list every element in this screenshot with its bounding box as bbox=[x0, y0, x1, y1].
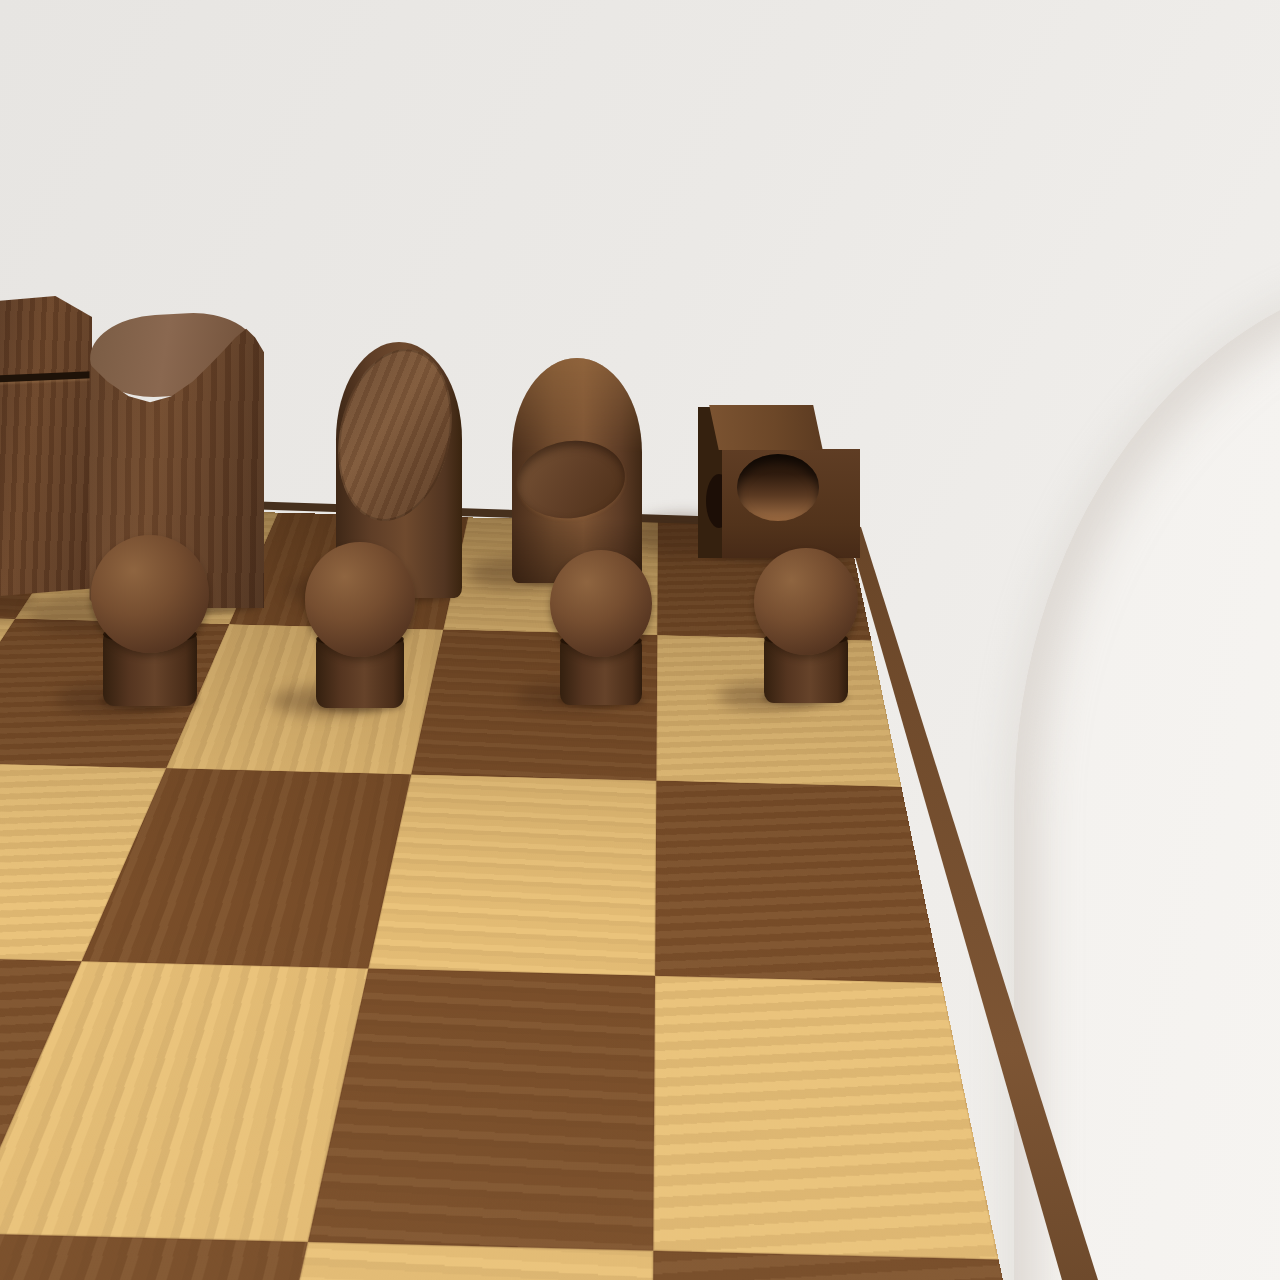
square-h6[interactable] bbox=[655, 781, 942, 983]
piece-black-pawn-g7[interactable]: ♟ bbox=[550, 550, 652, 705]
rook-cube-top-face bbox=[709, 405, 822, 450]
piece-black-rook-h8[interactable]: ♜ bbox=[698, 396, 860, 558]
king-column-body bbox=[0, 296, 92, 596]
square-g6[interactable] bbox=[368, 774, 656, 975]
photo-scene: ♚♛♝♞♜♟♟♟♟ bbox=[0, 0, 1280, 1280]
square-g5[interactable] bbox=[308, 969, 655, 1251]
piece-black-pawn-f7[interactable]: ♟ bbox=[305, 542, 415, 708]
piece-black-king-d8[interactable]: ♚ bbox=[0, 296, 92, 596]
piece-black-pawn-e7[interactable]: ♟ bbox=[91, 535, 209, 706]
piece-black-pawn-h7[interactable]: ♟ bbox=[754, 548, 858, 703]
square-f4[interactable] bbox=[0, 1233, 308, 1280]
square-h5[interactable] bbox=[653, 976, 998, 1260]
